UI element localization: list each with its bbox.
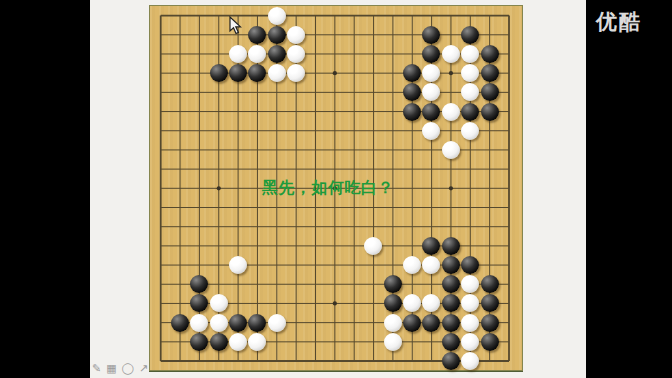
grid-icon[interactable]: ▦ <box>106 361 116 375</box>
stone-black[interactable] <box>268 45 286 63</box>
stone-white[interactable] <box>461 314 479 332</box>
stone-white[interactable] <box>442 141 460 159</box>
stone-black[interactable] <box>422 103 440 121</box>
stone-white[interactable] <box>287 45 305 63</box>
stone-white[interactable] <box>422 64 440 82</box>
stone-white[interactable] <box>461 333 479 351</box>
arrow-icon[interactable]: ↗ <box>139 361 148 375</box>
stone-white[interactable] <box>268 314 286 332</box>
stone-black[interactable] <box>481 294 499 312</box>
stone-black[interactable] <box>481 83 499 101</box>
stone-black[interactable] <box>210 64 228 82</box>
stone-black[interactable] <box>229 64 247 82</box>
stone-black[interactable] <box>442 275 460 293</box>
stone-black[interactable] <box>403 64 421 82</box>
stone-white[interactable] <box>461 275 479 293</box>
stone-white[interactable] <box>461 64 479 82</box>
stone-white[interactable] <box>210 294 228 312</box>
stone-white[interactable] <box>461 45 479 63</box>
stone-black[interactable] <box>422 26 440 44</box>
youku-watermark: 优酷 <box>596 8 642 36</box>
stone-white[interactable] <box>461 122 479 140</box>
stone-white[interactable] <box>461 294 479 312</box>
stone-black[interactable] <box>422 45 440 63</box>
stone-white[interactable] <box>403 294 421 312</box>
stone-black[interactable] <box>442 256 460 274</box>
stone-black[interactable] <box>461 103 479 121</box>
stone-black[interactable] <box>190 333 208 351</box>
stone-black[interactable] <box>461 26 479 44</box>
stone-black[interactable] <box>403 314 421 332</box>
stone-black[interactable] <box>422 237 440 255</box>
stone-white[interactable] <box>461 83 479 101</box>
stone-white[interactable] <box>422 83 440 101</box>
stone-black[interactable] <box>210 333 228 351</box>
circle-icon[interactable]: ◯ <box>122 361 134 375</box>
stone-black[interactable] <box>248 64 266 82</box>
stone-black[interactable] <box>481 45 499 63</box>
stone-black[interactable] <box>403 103 421 121</box>
stone-black[interactable] <box>422 314 440 332</box>
stone-black[interactable] <box>481 275 499 293</box>
stone-black[interactable] <box>403 83 421 101</box>
stone-black[interactable] <box>442 294 460 312</box>
stone-black[interactable] <box>190 294 208 312</box>
stone-white[interactable] <box>403 256 421 274</box>
question-text: 黑先，如何吃白？ <box>262 178 442 198</box>
stone-white[interactable] <box>384 333 402 351</box>
stone-white[interactable] <box>268 64 286 82</box>
annotation-toolbar: ✎ ▦ ◯ ↗ <box>92 361 148 375</box>
stone-white[interactable] <box>210 314 228 332</box>
stone-white[interactable] <box>442 103 460 121</box>
stone-white[interactable] <box>461 352 479 370</box>
stone-black[interactable] <box>268 26 286 44</box>
stone-black[interactable] <box>481 64 499 82</box>
stone-black[interactable] <box>171 314 189 332</box>
stone-black[interactable] <box>442 352 460 370</box>
stone-black[interactable] <box>384 275 402 293</box>
stone-white[interactable] <box>364 237 382 255</box>
stone-white[interactable] <box>248 333 266 351</box>
stone-white[interactable] <box>422 256 440 274</box>
mouse-cursor-icon <box>229 16 242 35</box>
stone-white[interactable] <box>229 333 247 351</box>
pencil-icon[interactable]: ✎ <box>92 361 101 375</box>
stone-white[interactable] <box>442 45 460 63</box>
stone-white[interactable] <box>190 314 208 332</box>
stone-black[interactable] <box>481 314 499 332</box>
stone-white[interactable] <box>229 256 247 274</box>
stone-black[interactable] <box>229 314 247 332</box>
stone-white[interactable] <box>287 64 305 82</box>
stone-white[interactable] <box>422 122 440 140</box>
stone-black[interactable] <box>481 333 499 351</box>
stone-white[interactable] <box>287 26 305 44</box>
stone-white[interactable] <box>422 294 440 312</box>
stone-black[interactable] <box>248 314 266 332</box>
stone-white[interactable] <box>229 45 247 63</box>
stone-black[interactable] <box>461 256 479 274</box>
stone-black[interactable] <box>442 314 460 332</box>
stone-black[interactable] <box>442 237 460 255</box>
stone-white[interactable] <box>268 7 286 25</box>
stone-white[interactable] <box>384 314 402 332</box>
video-frame: { "game": "go", "board": { "size": 19, "… <box>0 0 672 378</box>
stone-black[interactable] <box>384 294 402 312</box>
stone-black[interactable] <box>190 275 208 293</box>
stone-black[interactable] <box>481 103 499 121</box>
stone-white[interactable] <box>248 45 266 63</box>
stone-black[interactable] <box>442 333 460 351</box>
stone-black[interactable] <box>248 26 266 44</box>
